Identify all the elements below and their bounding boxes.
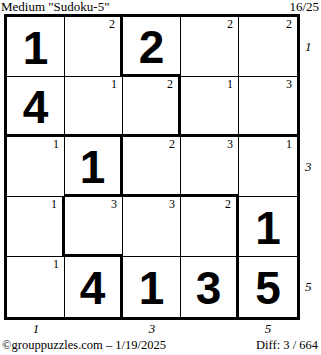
pencil-mark: 1 [53,137,59,151]
cell-r4c5[interactable]: 1 [239,197,297,257]
footer: ©grouppuzzles.com – 1/19/2025 Diff: 3 / … [2,338,318,352]
cell-r4c1[interactable]: 1 [7,197,65,257]
cell-r1c2[interactable]: 2 [65,17,123,77]
cell-r3c4[interactable]: 3 [181,137,239,197]
given-digit: 5 [239,257,297,317]
cell-r3c1[interactable]: 1 [7,137,65,197]
cell-r2c4[interactable]: 1 [181,77,239,137]
pencil-mark: 1 [111,77,117,91]
pencil-mark: 3 [286,77,292,91]
pencil-mark: 3 [169,197,175,211]
cell-r1c4[interactable]: 2 [181,17,239,77]
cell-r2c1[interactable]: 4 [7,77,65,137]
cell-r2c2[interactable]: 1 [65,77,123,137]
given-digit: 1 [7,17,64,76]
row-label-3: 3 [305,159,319,175]
pencil-mark: 1 [286,137,292,151]
pencil-mark: 1 [227,77,233,91]
difficulty-text: Diff: 3 / 664 [256,338,318,352]
sudoku-board: 1222241213112311332114135 [4,14,300,320]
pencil-mark: 1 [51,197,57,211]
pencil-mark: 3 [111,197,117,211]
cell-r3c2[interactable]: 1 [65,137,123,197]
pencil-mark: 3 [227,137,233,151]
cell-r5c4[interactable]: 3 [181,257,239,317]
header: Medium "Sudoku-5" 16/25 [1,0,319,14]
column-label-5: 5 [258,321,278,336]
cell-r1c3[interactable]: 2 [123,17,181,77]
given-digit: 3 [181,257,236,317]
given-digit: 1 [239,197,297,256]
row-label-5: 5 [305,279,319,295]
cell-r1c1[interactable]: 1 [7,17,65,77]
given-digit: 1 [123,257,180,317]
cell-r5c2[interactable]: 4 [65,257,123,317]
cell-r4c4[interactable]: 2 [181,197,239,257]
copyright-text: ©grouppuzzles.com – 1/19/2025 [2,338,166,352]
cell-r3c3[interactable]: 2 [123,137,181,197]
cell-r1c5[interactable]: 2 [239,17,297,77]
cell-r5c1[interactable]: 1 [7,257,65,317]
cell-r5c3[interactable]: 1 [123,257,181,317]
given-digit: 4 [7,77,64,134]
pencil-mark: 2 [169,137,175,151]
row-label-1: 1 [305,39,319,55]
pencil-mark: 2 [167,77,173,91]
column-label-3: 3 [142,321,162,336]
puzzle-title: Medium "Sudoku-5" [1,0,109,14]
puzzle-page: Medium "Sudoku-5" 16/25 1222241213112311… [0,0,321,355]
pencil-mark: 1 [53,257,59,271]
given-digit: 2 [123,17,180,74]
cell-r4c3[interactable]: 3 [123,197,181,257]
cell-r3c5[interactable]: 1 [239,137,297,197]
pencil-mark: 2 [225,197,231,211]
cell-r5c5[interactable]: 5 [239,257,297,317]
pencil-mark: 2 [109,17,115,31]
cell-r2c5[interactable]: 3 [239,77,297,137]
pencil-mark: 2 [227,17,233,31]
column-label-1: 1 [26,321,46,336]
cell-r4c2[interactable]: 3 [65,197,123,257]
given-digit: 4 [65,257,120,317]
pencil-mark: 2 [286,17,292,31]
given-digit: 1 [65,137,120,194]
cell-r2c3[interactable]: 2 [123,77,181,137]
progress-counter: 16/25 [289,0,319,14]
